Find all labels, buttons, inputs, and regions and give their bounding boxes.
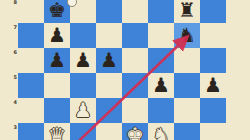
square-h6[interactable]: [200, 48, 226, 73]
white-king-e3[interactable]: ♚: [122, 123, 148, 140]
black-pawn-f5[interactable]: ♟: [148, 73, 174, 98]
square-e3[interactable]: ♚: [122, 123, 148, 140]
square-f8[interactable]: [148, 0, 174, 23]
square-h5[interactable]: ♟: [200, 73, 226, 98]
white-knight-f3[interactable]: ♞: [148, 123, 174, 140]
square-f6[interactable]: [148, 48, 174, 73]
square-a7[interactable]: [18, 23, 44, 48]
square-a8[interactable]: [18, 0, 44, 23]
square-d4[interactable]: [96, 98, 122, 123]
square-h3[interactable]: [200, 123, 226, 140]
square-c7[interactable]: [70, 23, 96, 48]
black-rook-g8[interactable]: ♜: [174, 0, 200, 23]
square-h7[interactable]: [200, 23, 226, 48]
square-c3[interactable]: [70, 123, 96, 140]
black-pawn-d6[interactable]: ♟: [96, 48, 122, 73]
white-queen-b3[interactable]: ♛: [44, 123, 70, 140]
square-g6[interactable]: [174, 48, 200, 73]
square-a6[interactable]: [18, 48, 44, 73]
rank-label-5: 5: [0, 75, 17, 80]
square-g3[interactable]: [174, 123, 200, 140]
square-e4[interactable]: [122, 98, 148, 123]
square-d7[interactable]: [96, 23, 122, 48]
chess-board-screenshot: ♚♜♟♞♟♟♟♟♟♟♛♚♞ 876543: [0, 0, 250, 140]
rank-label-8: 8: [0, 0, 17, 5]
square-f5[interactable]: ♟: [148, 73, 174, 98]
chess-board: ♚♜♟♞♟♟♟♟♟♟♛♚♞: [18, 0, 226, 140]
square-a4[interactable]: [18, 98, 44, 123]
black-pawn-h5[interactable]: ♟: [200, 73, 226, 98]
square-b4[interactable]: [44, 98, 70, 123]
rank-label-7: 7: [0, 25, 17, 30]
square-g5[interactable]: [174, 73, 200, 98]
square-f7[interactable]: [148, 23, 174, 48]
square-f4[interactable]: [148, 98, 174, 123]
rank-label-4: 4: [0, 100, 17, 105]
black-knight-g7[interactable]: ♞: [174, 23, 200, 48]
square-b7[interactable]: ♟: [44, 23, 70, 48]
square-e7[interactable]: [122, 23, 148, 48]
square-d8[interactable]: [96, 0, 122, 23]
square-d3[interactable]: [96, 123, 122, 140]
square-d5[interactable]: [96, 73, 122, 98]
square-c6[interactable]: ♟: [70, 48, 96, 73]
white-pawn-c4[interactable]: ♟: [70, 98, 96, 123]
square-b3[interactable]: ♛: [44, 123, 70, 140]
square-a3[interactable]: [18, 123, 44, 140]
square-f3[interactable]: ♞: [148, 123, 174, 140]
black-pawn-c6[interactable]: ♟: [70, 48, 96, 73]
black-king-b8[interactable]: ♚: [44, 0, 70, 23]
black-pawn-b7[interactable]: ♟: [44, 23, 70, 48]
square-h8[interactable]: [200, 0, 226, 23]
square-h4[interactable]: [200, 98, 226, 123]
square-c4[interactable]: ♟: [70, 98, 96, 123]
square-g4[interactable]: [174, 98, 200, 123]
black-pawn-b6[interactable]: ♟: [44, 48, 70, 73]
square-d6[interactable]: ♟: [96, 48, 122, 73]
square-e6[interactable]: [122, 48, 148, 73]
square-c5[interactable]: [70, 73, 96, 98]
square-a5[interactable]: [18, 73, 44, 98]
square-b6[interactable]: ♟: [44, 48, 70, 73]
square-e5[interactable]: [122, 73, 148, 98]
square-g7[interactable]: ♞: [174, 23, 200, 48]
square-e8[interactable]: [122, 0, 148, 23]
rank-label-3: 3: [0, 125, 17, 130]
square-b8[interactable]: ♚: [44, 0, 70, 23]
square-g8[interactable]: ♜: [174, 0, 200, 23]
rank-label-6: 6: [0, 50, 17, 55]
square-b5[interactable]: [44, 73, 70, 98]
